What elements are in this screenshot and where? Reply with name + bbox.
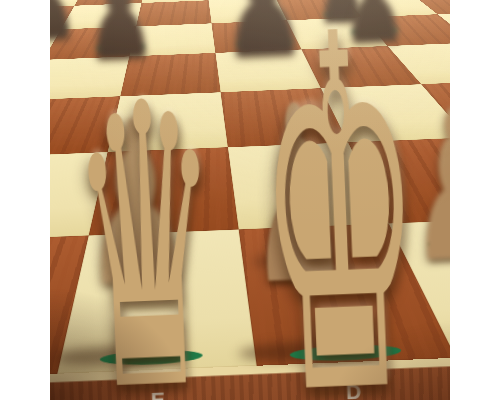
white-king: ♚ bbox=[112, 0, 450, 400]
right-margin bbox=[450, 0, 500, 400]
photo-canvas: E D ♛♚♟♟♟♟♟♟♟♟ bbox=[0, 0, 500, 400]
left-margin bbox=[0, 0, 50, 400]
pieces-layer: ♛♚♟♟♟♟♟♟♟♟ bbox=[50, 0, 450, 400]
camera-tilt-wrapper: E D ♛♚♟♟♟♟♟♟♟♟ bbox=[50, 0, 450, 400]
board-photo: E D ♛♚♟♟♟♟♟♟♟♟ bbox=[50, 0, 450, 400]
